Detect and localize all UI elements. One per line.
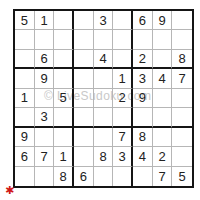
cell-r4c6[interactable]: 1 (113, 69, 133, 88)
cell-r4c7[interactable]: 3 (133, 69, 153, 88)
cell-r5c1[interactable]: 1 (15, 89, 35, 108)
cell-r9c4[interactable]: 6 (74, 167, 94, 186)
cell-r6c9[interactable] (172, 108, 192, 127)
cell-r8c2[interactable]: 7 (35, 147, 55, 166)
cell-r3c1[interactable] (15, 50, 35, 69)
cell-r6c4[interactable] (74, 108, 94, 127)
cell-r1c7[interactable]: 6 (133, 11, 153, 30)
cell-r1c8[interactable]: 9 (153, 11, 173, 30)
cell-r5c5[interactable] (94, 89, 114, 108)
cell-r9c3[interactable]: 8 (54, 167, 74, 186)
cell-r3c6[interactable] (113, 50, 133, 69)
cell-r7c9[interactable] (172, 128, 192, 147)
cell-r7c4[interactable] (74, 128, 94, 147)
cell-r6c7[interactable] (133, 108, 153, 127)
cell-r6c5[interactable] (94, 108, 114, 127)
cell-r8c5[interactable]: 8 (94, 147, 114, 166)
cell-r7c2[interactable] (35, 128, 55, 147)
cell-r5c8[interactable] (153, 89, 173, 108)
cell-r6c2[interactable]: 3 (35, 108, 55, 127)
cell-r4c4[interactable] (74, 69, 94, 88)
cell-r7c3[interactable] (54, 128, 74, 147)
cell-r2c1[interactable] (15, 30, 35, 49)
cell-r3c8[interactable] (153, 50, 173, 69)
cell-r6c8[interactable] (153, 108, 173, 127)
cell-r4c1[interactable] (15, 69, 35, 88)
cell-r2c6[interactable] (113, 30, 133, 49)
cell-r7c5[interactable] (94, 128, 114, 147)
cell-r9c8[interactable]: 7 (153, 167, 173, 186)
cell-r9c6[interactable] (113, 167, 133, 186)
cell-r6c3[interactable] (54, 108, 74, 127)
cell-r5c9[interactable] (172, 89, 192, 108)
cell-r2c9[interactable] (172, 30, 192, 49)
cell-r2c2[interactable] (35, 30, 55, 49)
cell-r1c3[interactable] (54, 11, 74, 30)
cell-r8c1[interactable]: 6 (15, 147, 35, 166)
livesudoku-logo-icon: ✱ (5, 185, 14, 196)
cell-r3c2[interactable]: 6 (35, 50, 55, 69)
cell-r4c8[interactable]: 4 (153, 69, 173, 88)
cell-r5c7[interactable]: 9 (133, 89, 153, 108)
cell-r8c4[interactable] (74, 147, 94, 166)
cell-r8c8[interactable]: 2 (153, 147, 173, 166)
cell-r4c9[interactable]: 7 (172, 69, 192, 88)
cell-r3c9[interactable]: 8 (172, 50, 192, 69)
cell-r2c3[interactable] (54, 30, 74, 49)
cell-r3c7[interactable]: 2 (133, 50, 153, 69)
cell-r9c5[interactable] (94, 167, 114, 186)
cell-r7c8[interactable] (153, 128, 173, 147)
cell-r6c6[interactable] (113, 108, 133, 127)
cell-r1c5[interactable]: 3 (94, 11, 114, 30)
cell-r9c1[interactable] (15, 167, 35, 186)
cell-r2c4[interactable] (74, 30, 94, 49)
cell-r7c7[interactable]: 8 (133, 128, 153, 147)
cell-r2c7[interactable] (133, 30, 153, 49)
cell-r1c6[interactable] (113, 11, 133, 30)
cell-r8c9[interactable] (172, 147, 192, 166)
cell-r9c2[interactable] (35, 167, 55, 186)
cell-r1c2[interactable]: 1 (35, 11, 55, 30)
cell-r5c4[interactable] (74, 89, 94, 108)
cell-r2c5[interactable] (94, 30, 114, 49)
cell-r7c1[interactable]: 9 (15, 128, 35, 147)
sudoku-board: 513696428913471529397867183428675 (13, 9, 194, 188)
cell-r4c2[interactable]: 9 (35, 69, 55, 88)
cell-r8c3[interactable]: 1 (54, 147, 74, 166)
cell-r5c6[interactable]: 2 (113, 89, 133, 108)
cell-r3c3[interactable] (54, 50, 74, 69)
cell-r4c5[interactable] (94, 69, 114, 88)
cell-r3c5[interactable]: 4 (94, 50, 114, 69)
cell-r7c6[interactable]: 7 (113, 128, 133, 147)
cell-r6c1[interactable] (15, 108, 35, 127)
cell-r9c7[interactable] (133, 167, 153, 186)
cell-r2c8[interactable] (153, 30, 173, 49)
cell-r3c4[interactable] (74, 50, 94, 69)
cell-r8c7[interactable]: 4 (133, 147, 153, 166)
cell-r1c4[interactable] (74, 11, 94, 30)
cell-r8c6[interactable]: 3 (113, 147, 133, 166)
cell-r4c3[interactable] (54, 69, 74, 88)
cell-r5c3[interactable]: 5 (54, 89, 74, 108)
cell-r1c9[interactable] (172, 11, 192, 30)
cell-r5c2[interactable] (35, 89, 55, 108)
cell-r9c9[interactable]: 5 (172, 167, 192, 186)
cell-r1c1[interactable]: 5 (15, 11, 35, 30)
